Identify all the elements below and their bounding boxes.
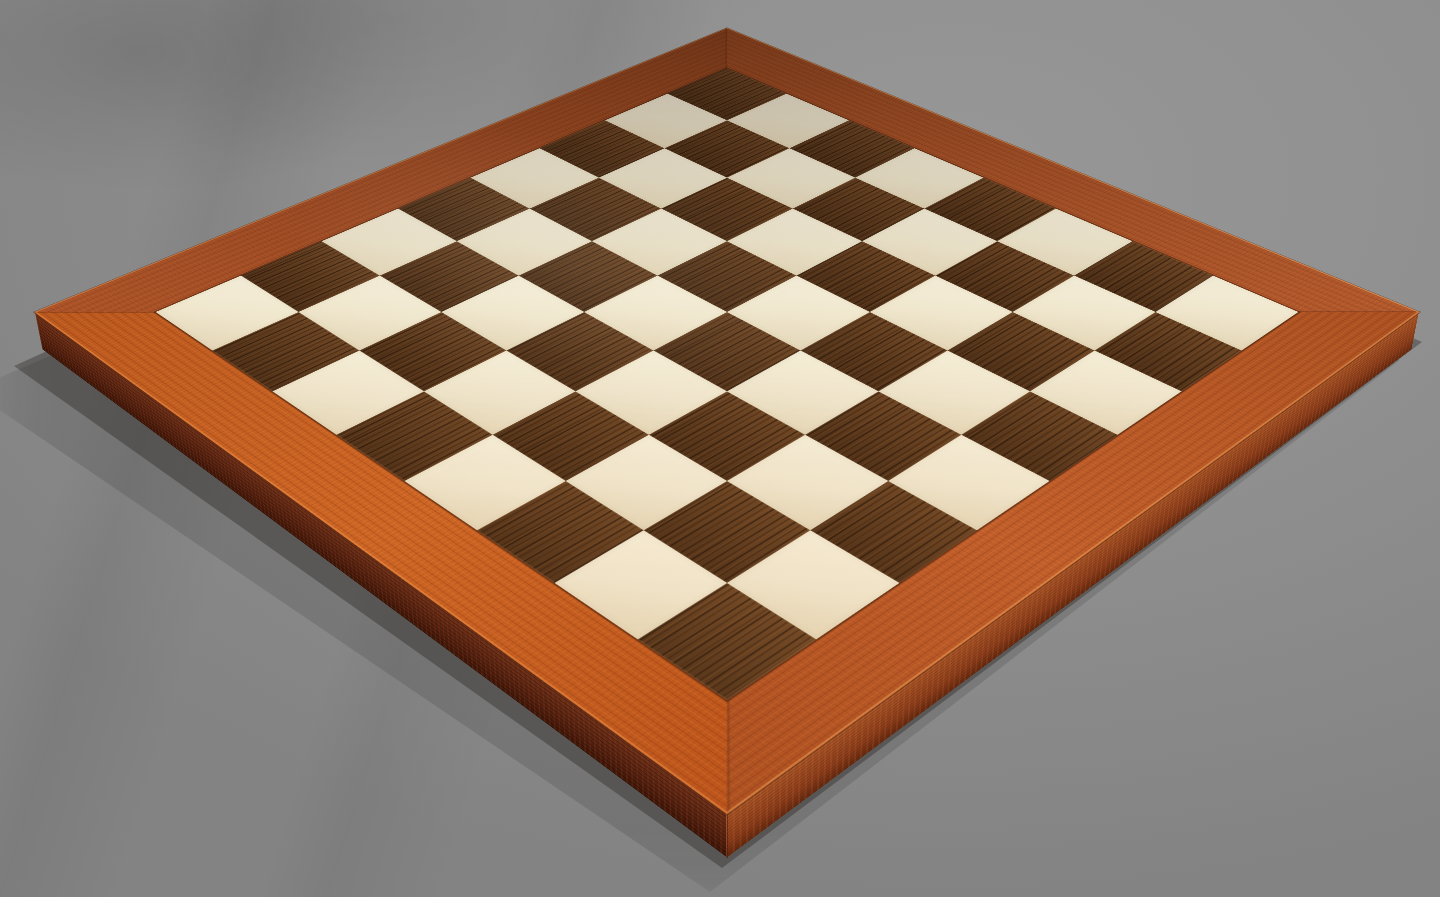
square-5-5 — [649, 391, 805, 481]
board-top-face — [34, 28, 1420, 815]
square-6-7 — [727, 530, 899, 639]
frame-strip-east — [646, 281, 1420, 814]
square-4-5 — [727, 351, 878, 435]
miter-seam-sw — [33, 312, 158, 313]
chessboard-field — [156, 68, 1299, 700]
square-7-5 — [477, 481, 644, 583]
square-2-7 — [1030, 351, 1181, 435]
miter-seam-ne — [1296, 311, 1420, 312]
square-7-7 — [638, 583, 817, 700]
square-2-6 — [948, 312, 1095, 391]
scene — [0, 0, 1440, 897]
square-1-7 — [1095, 312, 1242, 391]
square-4-7 — [888, 435, 1049, 530]
frame-strip-south — [34, 281, 808, 814]
square-7-2 — [273, 351, 424, 435]
square-5-3 — [506, 312, 653, 391]
square-7-6 — [555, 530, 727, 639]
square-4-6 — [805, 391, 961, 481]
square-6-2 — [359, 312, 506, 391]
square-5-7 — [810, 481, 977, 583]
square-5-6 — [727, 435, 888, 530]
square-6-5 — [566, 435, 727, 530]
square-6-3 — [424, 351, 575, 435]
square-7-1 — [212, 312, 359, 391]
square-7-4 — [404, 435, 565, 530]
square-3-5 — [801, 312, 948, 391]
chessboard-3d — [34, 28, 1420, 815]
square-6-4 — [493, 391, 649, 481]
square-3-7 — [961, 391, 1117, 481]
square-7-3 — [336, 391, 492, 481]
miter-seam-nw — [725, 28, 727, 69]
square-5-4 — [576, 351, 727, 435]
square-6-6 — [644, 481, 811, 583]
background — [0, 0, 1440, 897]
square-3-6 — [878, 351, 1029, 435]
miter-seam-se — [727, 698, 730, 814]
square-4-4 — [653, 312, 800, 391]
